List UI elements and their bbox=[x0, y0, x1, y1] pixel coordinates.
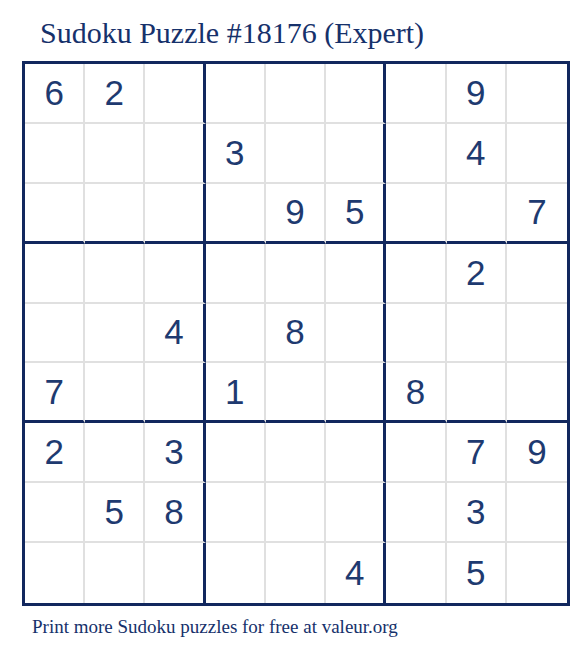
cell-r5c3[interactable]: 4 bbox=[145, 304, 205, 364]
cell-r3c5[interactable]: 9 bbox=[266, 184, 326, 244]
cell-r2c5[interactable] bbox=[266, 124, 326, 184]
cell-r1c2[interactable]: 2 bbox=[85, 64, 145, 124]
cell-r4c6[interactable] bbox=[326, 244, 386, 304]
cell-r3c2[interactable] bbox=[85, 184, 145, 244]
cell-r8c1[interactable] bbox=[25, 483, 85, 543]
cell-r7c1[interactable]: 2 bbox=[25, 423, 85, 483]
cell-r2c1[interactable] bbox=[25, 124, 85, 184]
cell-r3c6[interactable]: 5 bbox=[326, 184, 386, 244]
cell-r6c2[interactable] bbox=[85, 363, 145, 423]
cell-r6c4[interactable]: 1 bbox=[206, 363, 266, 423]
cell-r1c8[interactable]: 9 bbox=[447, 64, 507, 124]
cell-r2c2[interactable] bbox=[85, 124, 145, 184]
cell-r2c8[interactable]: 4 bbox=[447, 124, 507, 184]
cell-r6c6[interactable] bbox=[326, 363, 386, 423]
cell-r8c8[interactable]: 3 bbox=[447, 483, 507, 543]
cell-r4c1[interactable] bbox=[25, 244, 85, 304]
cell-r3c1[interactable] bbox=[25, 184, 85, 244]
cell-r9c4[interactable] bbox=[206, 543, 266, 603]
cell-r2c4[interactable]: 3 bbox=[206, 124, 266, 184]
cell-r1c4[interactable] bbox=[206, 64, 266, 124]
cell-r2c6[interactable] bbox=[326, 124, 386, 184]
cell-r9c5[interactable] bbox=[266, 543, 326, 603]
footer-text: Print more Sudoku puzzles for free at va… bbox=[32, 616, 398, 638]
cell-r6c1[interactable]: 7 bbox=[25, 363, 85, 423]
cell-r6c5[interactable] bbox=[266, 363, 326, 423]
cell-r7c7[interactable] bbox=[386, 423, 446, 483]
cell-r7c5[interactable] bbox=[266, 423, 326, 483]
sudoku-board: 62934957248718237958345 bbox=[22, 61, 570, 606]
cell-r3c8[interactable] bbox=[447, 184, 507, 244]
cell-r8c7[interactable] bbox=[386, 483, 446, 543]
cell-r8c2[interactable]: 5 bbox=[85, 483, 145, 543]
cell-r1c9[interactable] bbox=[507, 64, 567, 124]
cell-r7c4[interactable] bbox=[206, 423, 266, 483]
cell-r5c6[interactable] bbox=[326, 304, 386, 364]
cell-r7c6[interactable] bbox=[326, 423, 386, 483]
cell-r7c3[interactable]: 3 bbox=[145, 423, 205, 483]
cell-r3c7[interactable] bbox=[386, 184, 446, 244]
cell-r2c7[interactable] bbox=[386, 124, 446, 184]
cell-r5c7[interactable] bbox=[386, 304, 446, 364]
cell-r4c3[interactable] bbox=[145, 244, 205, 304]
cell-r6c9[interactable] bbox=[507, 363, 567, 423]
cell-r4c2[interactable] bbox=[85, 244, 145, 304]
page-title: Sudoku Puzzle #18176 (Expert) bbox=[40, 16, 424, 50]
cell-r9c3[interactable] bbox=[145, 543, 205, 603]
cell-r5c5[interactable]: 8 bbox=[266, 304, 326, 364]
cell-r7c2[interactable] bbox=[85, 423, 145, 483]
cell-r5c2[interactable] bbox=[85, 304, 145, 364]
cell-r3c9[interactable]: 7 bbox=[507, 184, 567, 244]
cell-r8c4[interactable] bbox=[206, 483, 266, 543]
cell-r2c3[interactable] bbox=[145, 124, 205, 184]
cell-r8c5[interactable] bbox=[266, 483, 326, 543]
cell-r4c8[interactable]: 2 bbox=[447, 244, 507, 304]
cell-r4c5[interactable] bbox=[266, 244, 326, 304]
cell-r1c7[interactable] bbox=[386, 64, 446, 124]
cell-r5c8[interactable] bbox=[447, 304, 507, 364]
cell-r5c4[interactable] bbox=[206, 304, 266, 364]
cell-r4c7[interactable] bbox=[386, 244, 446, 304]
cell-r7c8[interactable]: 7 bbox=[447, 423, 507, 483]
cell-r2c9[interactable] bbox=[507, 124, 567, 184]
cell-r6c3[interactable] bbox=[145, 363, 205, 423]
cell-r6c7[interactable]: 8 bbox=[386, 363, 446, 423]
cell-r1c1[interactable]: 6 bbox=[25, 64, 85, 124]
cell-r9c7[interactable] bbox=[386, 543, 446, 603]
cell-r9c2[interactable] bbox=[85, 543, 145, 603]
cell-r8c3[interactable]: 8 bbox=[145, 483, 205, 543]
cell-r8c9[interactable] bbox=[507, 483, 567, 543]
cell-r9c1[interactable] bbox=[25, 543, 85, 603]
cell-r9c9[interactable] bbox=[507, 543, 567, 603]
cell-r9c6[interactable]: 4 bbox=[326, 543, 386, 603]
cell-r1c5[interactable] bbox=[266, 64, 326, 124]
cell-r1c6[interactable] bbox=[326, 64, 386, 124]
cell-r6c8[interactable] bbox=[447, 363, 507, 423]
cell-r7c9[interactable]: 9 bbox=[507, 423, 567, 483]
cell-r1c3[interactable] bbox=[145, 64, 205, 124]
cell-r3c4[interactable] bbox=[206, 184, 266, 244]
cell-r4c4[interactable] bbox=[206, 244, 266, 304]
cell-r8c6[interactable] bbox=[326, 483, 386, 543]
cell-r3c3[interactable] bbox=[145, 184, 205, 244]
cell-r5c9[interactable] bbox=[507, 304, 567, 364]
cell-r9c8[interactable]: 5 bbox=[447, 543, 507, 603]
cell-r4c9[interactable] bbox=[507, 244, 567, 304]
cell-r5c1[interactable] bbox=[25, 304, 85, 364]
